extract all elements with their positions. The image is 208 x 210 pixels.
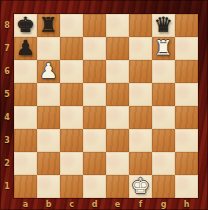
- chess-app: ♚♜♛♟♜♟♚ 87654321 abcdefgh: [0, 0, 208, 210]
- square-g5[interactable]: [152, 83, 175, 106]
- square-d1[interactable]: [83, 175, 106, 198]
- square-h5[interactable]: [175, 83, 198, 106]
- square-g4[interactable]: [152, 106, 175, 129]
- square-d3[interactable]: [83, 129, 106, 152]
- square-b5[interactable]: [37, 83, 60, 106]
- file-label-e: e: [106, 198, 129, 210]
- square-c2[interactable]: [60, 152, 83, 175]
- file-label-c: c: [60, 198, 83, 210]
- rank-label-8: 8: [0, 14, 14, 37]
- rank-label-3: 3: [0, 129, 14, 152]
- rank-label-7: 7: [0, 37, 14, 60]
- square-f1[interactable]: ♚: [129, 175, 152, 198]
- piece-black-king-a8[interactable]: ♚: [14, 14, 37, 37]
- file-label-f: f: [129, 198, 152, 210]
- file-label-d: d: [83, 198, 106, 210]
- file-label-a: a: [14, 198, 37, 210]
- square-f8[interactable]: [129, 14, 152, 37]
- square-b4[interactable]: [37, 106, 60, 129]
- square-a7[interactable]: ♟: [14, 37, 37, 60]
- square-e1[interactable]: [106, 175, 129, 198]
- square-c7[interactable]: [60, 37, 83, 60]
- rank-label-6: 6: [0, 60, 14, 83]
- square-c6[interactable]: [60, 60, 83, 83]
- square-h8[interactable]: [175, 14, 198, 37]
- square-g6[interactable]: [152, 60, 175, 83]
- square-e6[interactable]: [106, 60, 129, 83]
- piece-white-pawn-b6[interactable]: ♟: [37, 60, 60, 83]
- piece-black-queen-g8[interactable]: ♛: [152, 14, 175, 37]
- square-f4[interactable]: [129, 106, 152, 129]
- rank-labels: 87654321: [0, 14, 14, 198]
- piece-black-rook-b8[interactable]: ♜: [37, 14, 60, 37]
- square-g3[interactable]: [152, 129, 175, 152]
- board: ♚♜♛♟♜♟♚: [14, 14, 198, 198]
- square-f2[interactable]: [129, 152, 152, 175]
- square-f6[interactable]: [129, 60, 152, 83]
- rank-label-1: 1: [0, 175, 14, 198]
- square-a3[interactable]: [14, 129, 37, 152]
- square-d4[interactable]: [83, 106, 106, 129]
- square-h7[interactable]: [175, 37, 198, 60]
- square-a1[interactable]: [14, 175, 37, 198]
- file-label-b: b: [37, 198, 60, 210]
- square-f3[interactable]: [129, 129, 152, 152]
- square-b7[interactable]: [37, 37, 60, 60]
- square-e7[interactable]: [106, 37, 129, 60]
- square-f7[interactable]: [129, 37, 152, 60]
- square-c4[interactable]: [60, 106, 83, 129]
- piece-black-pawn-a7[interactable]: ♟: [14, 37, 37, 60]
- piece-white-king-f1[interactable]: ♚: [129, 175, 152, 198]
- square-d5[interactable]: [83, 83, 106, 106]
- square-e3[interactable]: [106, 129, 129, 152]
- square-b1[interactable]: [37, 175, 60, 198]
- piece-white-rook-g7[interactable]: ♜: [152, 37, 175, 60]
- square-e5[interactable]: [106, 83, 129, 106]
- square-c8[interactable]: [60, 14, 83, 37]
- rank-label-2: 2: [0, 152, 14, 175]
- square-g7[interactable]: ♜: [152, 37, 175, 60]
- square-b3[interactable]: [37, 129, 60, 152]
- square-d8[interactable]: [83, 14, 106, 37]
- square-b2[interactable]: [37, 152, 60, 175]
- square-h3[interactable]: [175, 129, 198, 152]
- square-c1[interactable]: [60, 175, 83, 198]
- rank-label-4: 4: [0, 106, 14, 129]
- square-g2[interactable]: [152, 152, 175, 175]
- square-a5[interactable]: [14, 83, 37, 106]
- square-e4[interactable]: [106, 106, 129, 129]
- square-h1[interactable]: [175, 175, 198, 198]
- square-h2[interactable]: [175, 152, 198, 175]
- square-a2[interactable]: [14, 152, 37, 175]
- square-d6[interactable]: [83, 60, 106, 83]
- file-label-g: g: [152, 198, 175, 210]
- square-d7[interactable]: [83, 37, 106, 60]
- square-c5[interactable]: [60, 83, 83, 106]
- file-labels: abcdefgh: [14, 198, 198, 210]
- square-h4[interactable]: [175, 106, 198, 129]
- square-b8[interactable]: ♜: [37, 14, 60, 37]
- square-g1[interactable]: [152, 175, 175, 198]
- square-b6[interactable]: ♟: [37, 60, 60, 83]
- square-f5[interactable]: [129, 83, 152, 106]
- square-a6[interactable]: [14, 60, 37, 83]
- square-d2[interactable]: [83, 152, 106, 175]
- square-e2[interactable]: [106, 152, 129, 175]
- file-label-h: h: [175, 198, 198, 210]
- square-a8[interactable]: ♚: [14, 14, 37, 37]
- square-g8[interactable]: ♛: [152, 14, 175, 37]
- rank-label-5: 5: [0, 83, 14, 106]
- square-e8[interactable]: [106, 14, 129, 37]
- square-c3[interactable]: [60, 129, 83, 152]
- square-a4[interactable]: [14, 106, 37, 129]
- square-h6[interactable]: [175, 60, 198, 83]
